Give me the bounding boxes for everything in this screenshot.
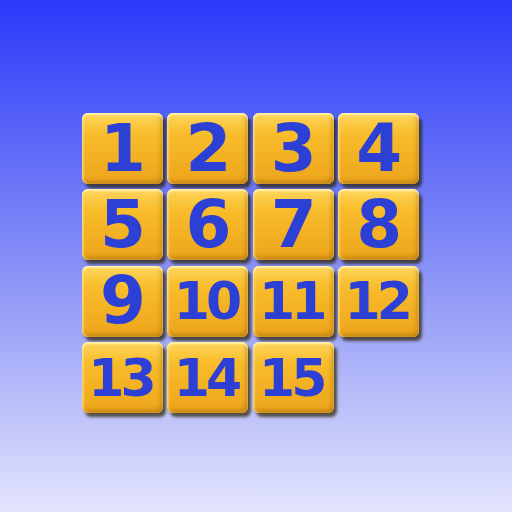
tile-1[interactable]: 1 [82,113,163,184]
tile-11[interactable]: 11 [253,266,334,337]
tile-label: 11 [259,275,323,327]
tile-2[interactable]: 2 [167,113,248,184]
tile-14[interactable]: 14 [167,342,248,413]
tile-label: 6 [185,192,230,258]
background-gradient: 123456789101112131415 [0,0,512,512]
tile-label: 1 [100,116,145,182]
tile-6[interactable]: 6 [167,189,248,260]
tile-label: 8 [356,192,401,258]
tile-label: 7 [271,192,316,258]
tile-12[interactable]: 12 [338,266,419,337]
tile-9[interactable]: 9 [82,266,163,337]
puzzle-board: 123456789101112131415 [82,113,424,419]
tile-15[interactable]: 15 [253,342,334,413]
empty-cell [338,342,419,413]
tile-3[interactable]: 3 [253,113,334,184]
tile-10[interactable]: 10 [167,266,248,337]
tile-label: 12 [344,275,408,327]
tile-8[interactable]: 8 [338,189,419,260]
tile-label: 14 [174,352,238,404]
tile-label: 5 [100,192,145,258]
tile-4[interactable]: 4 [338,113,419,184]
tile-7[interactable]: 7 [253,189,334,260]
tile-label: 2 [185,116,230,182]
tile-label: 3 [271,116,316,182]
tile-label: 10 [174,275,238,327]
tile-label: 9 [100,268,145,334]
tile-label: 13 [88,352,152,404]
tile-label: 4 [356,116,401,182]
tile-13[interactable]: 13 [82,342,163,413]
tile-label: 15 [259,352,323,404]
tile-5[interactable]: 5 [82,189,163,260]
